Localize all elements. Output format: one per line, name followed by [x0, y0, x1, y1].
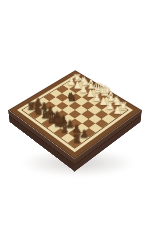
- black-knight: ♞: [66, 91, 75, 103]
- chess-box: ♜♟♟♜♞♟♟♞♝♟♞♟♝♛♟♟♛♚♟♟♚♝♟♟♝♟♟♞♜♟♟♜: [9, 70, 142, 159]
- square-h2: ♟: [108, 110, 121, 119]
- square-c4: ♞: [62, 97, 75, 105]
- product-photo: ♜♟♟♜♞♟♟♞♝♟♞♟♝♛♟♟♛♚♟♟♚♝♟♟♝♟♟♞♜♟♟♜: [0, 0, 156, 230]
- board-frame: ♜♟♟♜♞♟♟♞♝♟♞♟♝♛♟♟♛♚♟♟♚♝♟♟♝♟♟♞♜♟♟♜: [9, 70, 142, 159]
- black-rook: ♜: [72, 133, 82, 144]
- black-bishop: ♝: [58, 121, 68, 135]
- white-pawn: ♟: [112, 106, 121, 116]
- photo-scene: ♜♟♟♜♞♟♟♞♝♟♞♟♝♛♟♟♛♚♟♟♚♝♟♟♝♟♟♞♜♟♟♜: [0, 0, 156, 230]
